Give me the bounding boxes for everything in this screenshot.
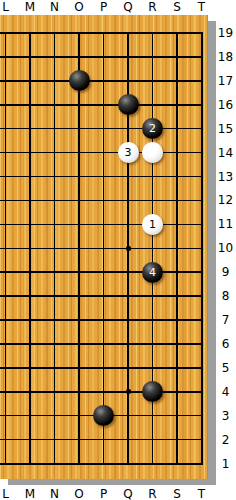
coord-label-bottom-O: O: [67, 487, 91, 500]
coord-label-right-4: 4: [217, 385, 234, 399]
stone-white-Q14[interactable]: 3: [118, 142, 139, 163]
coord-label-right-12: 12: [217, 193, 234, 207]
coord-label-bottom-S: S: [165, 487, 189, 500]
coord-label-bottom-Q: Q: [116, 487, 140, 500]
coord-label-bottom-R: R: [141, 487, 165, 500]
coord-label-right-9: 9: [217, 265, 234, 279]
grid-line-row-2: [0, 439, 203, 441]
coord-label-right-3: 3: [217, 409, 234, 423]
grid-line-row-4: [0, 391, 203, 393]
coord-label-top-R: R: [141, 0, 165, 14]
coord-label-right-13: 13: [217, 170, 234, 184]
coord-label-top-L: L: [0, 0, 18, 14]
coord-label-top-P: P: [92, 0, 116, 14]
coord-label-right-2: 2: [217, 433, 234, 447]
coord-label-right-16: 16: [217, 98, 234, 112]
coord-label-top-S: S: [165, 0, 189, 14]
stone-black-P3[interactable]: [93, 405, 114, 426]
coord-label-right-15: 15: [217, 122, 234, 136]
coord-label-bottom-T: T: [190, 487, 214, 500]
stone-black-O17[interactable]: [69, 70, 90, 91]
stone-black-Q16[interactable]: [118, 94, 139, 115]
coord-label-bottom-M: M: [18, 487, 42, 500]
coord-label-right-10: 10: [217, 241, 234, 255]
grid-line-row-1: [0, 463, 203, 465]
grid-line-row-10: [0, 248, 203, 250]
grid-line-row-18: [0, 56, 203, 58]
coord-label-top-Q: Q: [116, 0, 140, 14]
coord-label-right-7: 7: [217, 313, 234, 327]
grid-line-row-9: [0, 271, 203, 273]
stone-black-R4[interactable]: [142, 381, 163, 402]
go-board[interactable]: 1234: [0, 15, 208, 479]
coord-label-top-N: N: [43, 0, 67, 14]
stone-black-R9[interactable]: 4: [142, 262, 163, 283]
coord-label-right-14: 14: [217, 146, 234, 160]
coord-label-bottom-P: P: [92, 487, 116, 500]
stone-white-R14[interactable]: [142, 142, 163, 163]
coord-label-bottom-L: L: [0, 487, 18, 500]
grid-line-row-5: [0, 367, 203, 369]
grid-line-row-12: [0, 200, 203, 202]
coord-label-right-17: 17: [217, 74, 234, 88]
coord-label-right-8: 8: [217, 289, 234, 303]
grid-line-row-7: [0, 319, 203, 321]
grid-line-row-11: [0, 224, 203, 226]
coord-label-top-T: T: [190, 0, 214, 14]
grid-line-row-14: [0, 152, 203, 154]
coord-label-right-11: 11: [217, 217, 234, 231]
coord-label-bottom-N: N: [43, 487, 67, 500]
coord-label-top-O: O: [67, 0, 91, 14]
grid-line-row-17: [0, 80, 203, 82]
coord-label-right-19: 19: [217, 26, 234, 40]
stone-black-R15[interactable]: 2: [142, 118, 163, 139]
grid-line-row-8: [0, 295, 203, 297]
grid-line-row-15: [0, 128, 203, 130]
coord-label-top-M: M: [18, 0, 42, 14]
grid-line-row-13: [0, 176, 203, 178]
star-point-Q10: [126, 246, 131, 251]
stone-white-R11[interactable]: 1: [142, 214, 163, 235]
coord-label-right-18: 18: [217, 50, 234, 64]
coord-label-right-1: 1: [217, 457, 234, 471]
coord-label-right-6: 6: [217, 337, 234, 351]
grid-line-row-16: [0, 104, 203, 106]
star-point-Q4: [126, 389, 131, 394]
grid-line-row-6: [0, 343, 203, 345]
grid-line-row-19: [0, 32, 203, 34]
coord-label-right-5: 5: [217, 361, 234, 375]
go-board-diagram: 1234 LLMMNNOOPPQQRRSSTT19181716151413121…: [0, 0, 236, 500]
